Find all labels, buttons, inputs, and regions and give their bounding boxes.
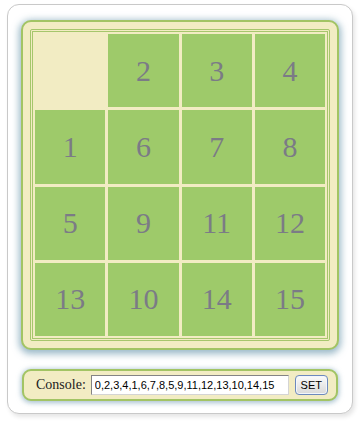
tile-1[interactable]: 1 <box>35 110 105 183</box>
tile-9[interactable]: 9 <box>108 187 178 260</box>
console-label: Console: <box>36 377 86 393</box>
tile-11[interactable]: 11 <box>182 187 252 260</box>
tile-4[interactable]: 4 <box>255 34 325 107</box>
tile-13[interactable]: 13 <box>35 263 105 336</box>
tile-7[interactable]: 7 <box>182 110 252 183</box>
empty-cell <box>35 34 105 107</box>
app-panel: 234167859111213101415 Console: SET <box>7 4 353 414</box>
tile-15[interactable]: 15 <box>255 263 325 336</box>
tile-12[interactable]: 12 <box>255 187 325 260</box>
tile-10[interactable]: 10 <box>108 263 178 336</box>
tile-3[interactable]: 3 <box>182 34 252 107</box>
puzzle-grid: 234167859111213101415 <box>35 34 325 336</box>
tile-6[interactable]: 6 <box>108 110 178 183</box>
set-button[interactable]: SET <box>295 375 328 395</box>
tile-5[interactable]: 5 <box>35 187 105 260</box>
console-bar: Console: SET <box>22 369 338 401</box>
puzzle-board: 234167859111213101415 <box>21 20 339 350</box>
tile-14[interactable]: 14 <box>182 263 252 336</box>
tile-2[interactable]: 2 <box>108 34 178 107</box>
console-input[interactable] <box>91 375 289 395</box>
board-inner-frame: 234167859111213101415 <box>30 29 330 341</box>
tile-8[interactable]: 8 <box>255 110 325 183</box>
